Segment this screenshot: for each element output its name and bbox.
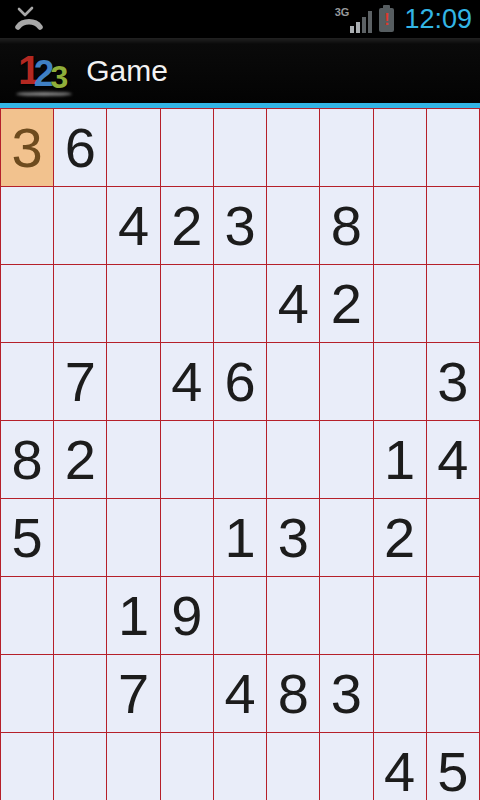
cell-r1c1[interactable]: 3	[1, 109, 53, 186]
cell-r9c3[interactable]	[107, 733, 159, 800]
cell-r6c6[interactable]: 3	[267, 499, 319, 576]
cell-r8c1[interactable]	[1, 655, 53, 732]
cell-r7c5[interactable]	[214, 577, 266, 654]
cell-r1c6[interactable]	[267, 109, 319, 186]
cell-r9c6[interactable]	[267, 733, 319, 800]
cell-r8c7[interactable]: 3	[320, 655, 372, 732]
cell-r2c9[interactable]	[427, 187, 479, 264]
cell-r1c3[interactable]	[107, 109, 159, 186]
cell-r7c7[interactable]	[320, 577, 372, 654]
cell-r9c5[interactable]	[214, 733, 266, 800]
cell-r1c4[interactable]	[161, 109, 213, 186]
cell-r6c8[interactable]: 2	[374, 499, 426, 576]
cell-r8c3[interactable]: 7	[107, 655, 159, 732]
cell-r1c2[interactable]: 6	[54, 109, 106, 186]
cell-r2c6[interactable]	[267, 187, 319, 264]
cell-r4c4[interactable]: 4	[161, 343, 213, 420]
cell-r5c2[interactable]: 2	[54, 421, 106, 498]
page-title: Game	[86, 54, 168, 88]
cell-r5c1[interactable]: 8	[1, 421, 53, 498]
cell-r9c7[interactable]	[320, 733, 372, 800]
network-cluster: 3G	[335, 5, 373, 33]
cell-r4c3[interactable]	[107, 343, 159, 420]
cell-r2c8[interactable]	[374, 187, 426, 264]
cell-r3c7[interactable]: 2	[320, 265, 372, 342]
cell-r3c2[interactable]	[54, 265, 106, 342]
cell-r8c2[interactable]	[54, 655, 106, 732]
cell-r2c3[interactable]: 4	[107, 187, 159, 264]
cell-r7c1[interactable]	[1, 577, 53, 654]
cell-r4c7[interactable]	[320, 343, 372, 420]
cell-r8c6[interactable]: 8	[267, 655, 319, 732]
cell-r7c8[interactable]	[374, 577, 426, 654]
cell-r6c3[interactable]	[107, 499, 159, 576]
status-bar-clock: 12:09	[404, 6, 472, 33]
cell-r1c5[interactable]	[214, 109, 266, 186]
cell-r9c8[interactable]: 4	[374, 733, 426, 800]
cell-r9c9[interactable]: 5	[427, 733, 479, 800]
cell-r7c6[interactable]	[267, 577, 319, 654]
cell-r8c9[interactable]	[427, 655, 479, 732]
sudoku-board: 3642384274638214513219748345	[0, 108, 480, 800]
cell-r4c9[interactable]: 3	[427, 343, 479, 420]
cell-r8c4[interactable]	[161, 655, 213, 732]
logo-shadow	[16, 92, 72, 96]
cell-r7c9[interactable]	[427, 577, 479, 654]
cell-r6c7[interactable]	[320, 499, 372, 576]
cell-r3c1[interactable]	[1, 265, 53, 342]
cell-r1c9[interactable]	[427, 109, 479, 186]
cell-r2c1[interactable]	[1, 187, 53, 264]
sudoku-grid: 3642384274638214513219748345	[0, 108, 480, 800]
battery-alert-symbol: !	[384, 12, 389, 28]
cell-r5c9[interactable]: 4	[427, 421, 479, 498]
cell-r4c6[interactable]	[267, 343, 319, 420]
cell-r7c4[interactable]: 9	[161, 577, 213, 654]
cell-r8c8[interactable]	[374, 655, 426, 732]
cell-r1c7[interactable]	[320, 109, 372, 186]
cell-r6c1[interactable]: 5	[1, 499, 53, 576]
cell-r3c9[interactable]	[427, 265, 479, 342]
cell-r5c8[interactable]: 1	[374, 421, 426, 498]
cell-r5c5[interactable]	[214, 421, 266, 498]
cell-r8c5[interactable]: 4	[214, 655, 266, 732]
cell-r1c8[interactable]	[374, 109, 426, 186]
cell-r2c2[interactable]	[54, 187, 106, 264]
cell-r3c3[interactable]	[107, 265, 159, 342]
battery-alert-icon: !	[379, 8, 394, 32]
cell-r5c7[interactable]	[320, 421, 372, 498]
cell-r3c4[interactable]	[161, 265, 213, 342]
cell-r4c5[interactable]: 6	[214, 343, 266, 420]
cell-r4c2[interactable]: 7	[54, 343, 106, 420]
app-logo-123-icon: 1 2 3	[18, 50, 68, 93]
cell-r2c7[interactable]: 8	[320, 187, 372, 264]
cell-r4c8[interactable]	[374, 343, 426, 420]
cell-r5c4[interactable]	[161, 421, 213, 498]
missed-call-icon	[14, 6, 44, 32]
cell-r3c8[interactable]	[374, 265, 426, 342]
cell-r6c9[interactable]	[427, 499, 479, 576]
cell-r6c4[interactable]	[161, 499, 213, 576]
logo-digit-3: 3	[50, 61, 68, 93]
signal-strength-icon	[350, 11, 372, 33]
cell-r3c6[interactable]: 4	[267, 265, 319, 342]
cell-r5c3[interactable]	[107, 421, 159, 498]
cell-r7c2[interactable]	[54, 577, 106, 654]
cell-r9c2[interactable]	[54, 733, 106, 800]
cell-r6c5[interactable]: 1	[214, 499, 266, 576]
action-bar: 1 2 3 Game	[0, 38, 480, 103]
cell-r7c3[interactable]: 1	[107, 577, 159, 654]
cell-r2c4[interactable]: 2	[161, 187, 213, 264]
cell-r4c1[interactable]	[1, 343, 53, 420]
status-bar: 3G ! 12:09	[0, 0, 480, 38]
network-type-label: 3G	[335, 7, 350, 18]
cell-r3c5[interactable]	[214, 265, 266, 342]
cell-r9c4[interactable]	[161, 733, 213, 800]
cell-r6c2[interactable]	[54, 499, 106, 576]
cell-r2c5[interactable]: 3	[214, 187, 266, 264]
cell-r9c1[interactable]	[1, 733, 53, 800]
cell-r5c6[interactable]	[267, 421, 319, 498]
